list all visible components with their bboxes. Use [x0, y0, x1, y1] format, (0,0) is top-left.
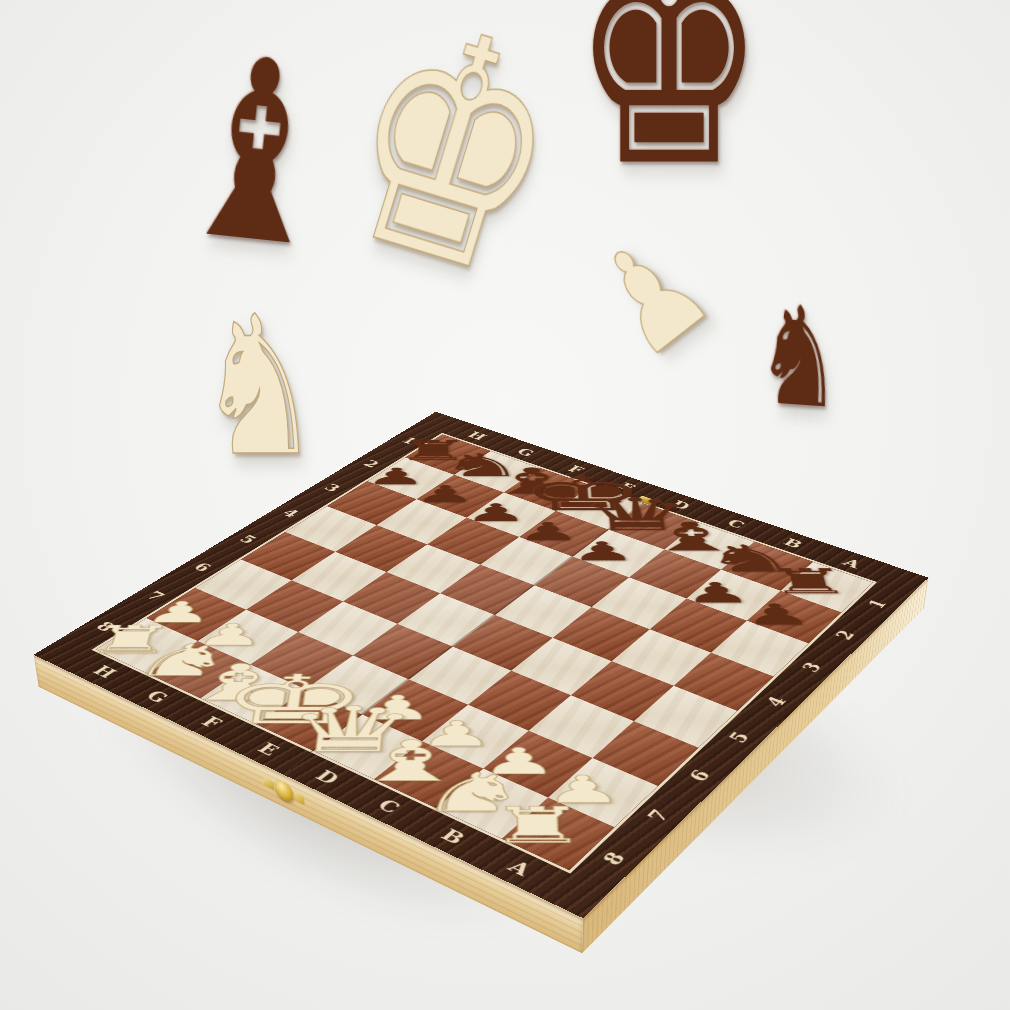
dark-rook-glyph: ♜ — [764, 564, 856, 598]
floating-light-pawn: ♟ — [572, 212, 731, 379]
chess-set-product-photo: HH11GG22FF33EE44DD55CC66BB77AA88 ♜♞♝♚♛♝♞… — [0, 0, 1010, 1010]
dark-pawn-glyph: ♟ — [569, 538, 636, 564]
floating-dark-knight: ♞ — [751, 286, 849, 429]
floating-light-king: ♚ — [312, 0, 592, 326]
floating-dark-king: ♚ — [572, 0, 766, 209]
floating-light-knight: ♞ — [197, 291, 321, 483]
